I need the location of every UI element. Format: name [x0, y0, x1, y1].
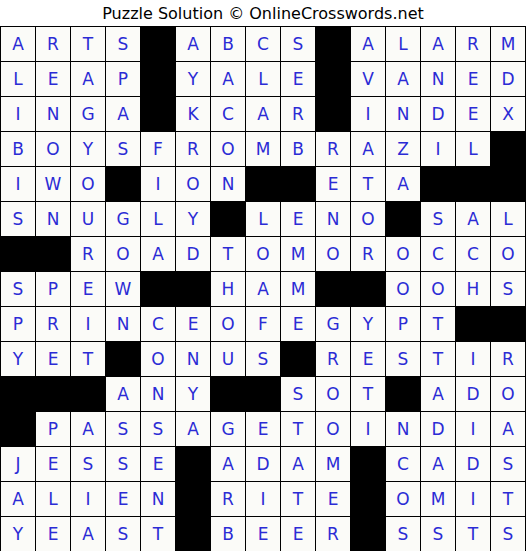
cell-letter: N	[117, 316, 130, 333]
cell-r13c5: E	[141, 447, 176, 482]
cell-letter: R	[502, 351, 514, 368]
cell-r7c8: O	[246, 237, 281, 272]
cell-letter: A	[362, 36, 374, 53]
cell-r2c15: D	[491, 62, 526, 97]
cell-letter: A	[257, 106, 269, 123]
cell-letter: S	[13, 211, 24, 228]
cell-letter: L	[503, 211, 512, 228]
cell-letter: D	[256, 456, 269, 473]
cell-r3c1: I	[1, 97, 36, 132]
cell-letter: T	[293, 421, 303, 438]
cell-r12c12: N	[386, 412, 421, 447]
cell-r1c13: A	[421, 27, 456, 62]
cell-letter: A	[152, 246, 164, 263]
cell-letter: A	[187, 36, 199, 53]
cell-letter: A	[362, 141, 374, 158]
cell-letter: G	[221, 421, 234, 438]
black-cell-r1c10	[316, 27, 351, 62]
cell-r13c3: S	[71, 447, 106, 482]
cell-letter: A	[432, 36, 444, 53]
cell-letter: L	[153, 211, 162, 228]
cell-r7c3: R	[71, 237, 106, 272]
cell-letter: O	[116, 246, 129, 263]
cell-letter: D	[466, 386, 479, 403]
black-cell-r8c5	[141, 272, 176, 307]
cell-r10c7: U	[211, 342, 246, 377]
cell-r5c1: I	[1, 167, 36, 202]
cell-r15c1: Y	[1, 517, 36, 551]
cell-letter: E	[118, 491, 129, 508]
cell-letter: E	[48, 71, 59, 88]
cell-letter: O	[46, 141, 59, 158]
cell-letter: I	[85, 491, 90, 508]
cell-r13c10: M	[316, 447, 351, 482]
cell-letter: E	[293, 316, 304, 333]
cell-letter: R	[47, 36, 59, 53]
black-cell-r9c15	[491, 307, 526, 342]
cell-letter: S	[153, 421, 164, 438]
cell-r12c14: I	[456, 412, 491, 447]
cell-letter: K	[187, 106, 198, 123]
cell-letter: A	[257, 281, 269, 298]
black-cell-r11c2	[36, 377, 71, 412]
cell-r6c13: S	[421, 202, 456, 237]
cell-letter: D	[501, 71, 514, 88]
cell-letter: D	[431, 421, 444, 438]
cell-r11c9: S	[281, 377, 316, 412]
cell-letter: A	[432, 386, 444, 403]
cell-r9c12: P	[386, 307, 421, 342]
cell-r15c13: S	[421, 517, 456, 551]
cell-letter: S	[503, 456, 514, 473]
cell-r13c13: A	[421, 447, 456, 482]
cell-letter: M	[326, 456, 341, 473]
cell-r15c2: E	[36, 517, 71, 551]
cell-r3c4: A	[106, 97, 141, 132]
cell-letter: T	[363, 386, 373, 403]
cell-letter: E	[363, 351, 374, 368]
cell-letter: D	[186, 246, 199, 263]
black-cell-r13c11	[351, 447, 386, 482]
cell-letter: P	[48, 281, 58, 298]
black-cell-r8c6	[176, 272, 211, 307]
black-cell-r7c2	[36, 237, 71, 272]
cell-letter: O	[81, 176, 94, 193]
cell-letter: R	[327, 141, 339, 158]
cell-r1c15: M	[491, 27, 526, 62]
cell-letter: E	[328, 176, 339, 193]
cell-letter: T	[83, 351, 93, 368]
cell-r15c8: E	[246, 517, 281, 551]
cell-letter: O	[396, 246, 409, 263]
cell-letter: C	[432, 246, 444, 263]
cell-r10c8: S	[246, 342, 281, 377]
cell-letter: A	[117, 106, 129, 123]
cell-letter: S	[118, 36, 129, 53]
cell-letter: B	[292, 141, 304, 158]
cell-letter: C	[222, 106, 234, 123]
cell-r14c14: I	[456, 482, 491, 517]
cell-r6c14: A	[456, 202, 491, 237]
cell-letter: W	[45, 176, 62, 193]
black-cell-r10c9	[281, 342, 316, 377]
cell-r9c4: N	[106, 307, 141, 342]
cell-letter: L	[258, 211, 267, 228]
cell-r11c6: Y	[176, 377, 211, 412]
black-cell-r4c15	[491, 132, 526, 167]
cell-r14c10: E	[316, 482, 351, 517]
cell-r2c4: P	[106, 62, 141, 97]
cell-letter: D	[466, 456, 479, 473]
cell-letter: N	[47, 211, 60, 228]
cell-letter: O	[221, 141, 234, 158]
cell-r10c10: R	[316, 342, 351, 377]
cell-letter: Y	[83, 141, 93, 158]
cell-r10c1: Y	[1, 342, 36, 377]
black-cell-r11c12	[386, 377, 421, 412]
black-cell-r5c15	[491, 167, 526, 202]
cell-r7c9: M	[281, 237, 316, 272]
cell-r12c7: G	[211, 412, 246, 447]
cell-letter: O	[501, 246, 514, 263]
cell-letter: I	[365, 421, 370, 438]
black-cell-r14c11	[351, 482, 386, 517]
cell-letter: E	[468, 106, 479, 123]
cell-r9c8: F	[246, 307, 281, 342]
cell-letter: L	[398, 36, 407, 53]
cell-letter: I	[470, 421, 475, 438]
cell-letter: T	[83, 36, 93, 53]
cell-r1c8: C	[246, 27, 281, 62]
black-cell-r3c10	[316, 97, 351, 132]
black-cell-r11c3	[71, 377, 106, 412]
cell-letter: I	[435, 141, 440, 158]
cell-letter: R	[327, 351, 339, 368]
cell-letter: E	[48, 526, 59, 543]
cell-r4c3: Y	[71, 132, 106, 167]
cell-letter: L	[48, 491, 57, 508]
cell-letter: A	[82, 421, 94, 438]
cell-letter: T	[153, 526, 163, 543]
cell-r10c15: R	[491, 342, 526, 377]
cell-letter: O	[326, 386, 339, 403]
cell-letter: O	[326, 246, 339, 263]
cell-r9c2: R	[36, 307, 71, 342]
cell-letter: R	[187, 141, 199, 158]
cell-r3c11: I	[351, 97, 386, 132]
black-cell-r10c4	[106, 342, 141, 377]
cell-r8c12: O	[386, 272, 421, 307]
cell-letter: G	[326, 316, 339, 333]
cell-r8c15: S	[491, 272, 526, 307]
cell-letter: U	[82, 211, 94, 228]
cell-letter: U	[222, 351, 234, 368]
cell-r4c14: L	[456, 132, 491, 167]
black-cell-r11c7	[211, 377, 246, 412]
cell-letter: O	[501, 386, 514, 403]
cell-letter: O	[256, 246, 269, 263]
cell-r8c1: S	[1, 272, 36, 307]
cell-letter: P	[48, 421, 58, 438]
cell-letter: Y	[13, 526, 23, 543]
cell-letter: T	[223, 246, 233, 263]
cell-r8c4: W	[106, 272, 141, 307]
cell-r4c11: A	[351, 132, 386, 167]
cell-letter: S	[503, 526, 514, 543]
cell-letter: S	[433, 211, 444, 228]
cell-r12c9: T	[281, 412, 316, 447]
cell-r7c14: C	[456, 237, 491, 272]
cell-letter: O	[151, 351, 164, 368]
cell-r14c15: T	[491, 482, 526, 517]
cell-r1c9: S	[281, 27, 316, 62]
cell-letter: R	[467, 36, 479, 53]
cell-letter: O	[396, 281, 409, 298]
cell-r9c9: E	[281, 307, 316, 342]
cell-r2c6: Y	[176, 62, 211, 97]
cell-letter: M	[501, 36, 516, 53]
cell-letter: S	[398, 526, 409, 543]
cell-r15c9: E	[281, 517, 316, 551]
cell-letter: A	[82, 526, 94, 543]
cell-letter: C	[467, 246, 479, 263]
cell-letter: G	[116, 211, 129, 228]
cell-r13c14: D	[456, 447, 491, 482]
cell-letter: L	[258, 71, 267, 88]
cell-r2c12: A	[386, 62, 421, 97]
cell-letter: O	[361, 211, 374, 228]
cell-letter: C	[152, 316, 164, 333]
cell-letter: A	[117, 386, 129, 403]
cell-letter: N	[187, 351, 200, 368]
cell-letter: I	[85, 316, 90, 333]
cell-letter: V	[362, 71, 374, 88]
cell-r13c2: E	[36, 447, 71, 482]
cell-r5c6: O	[176, 167, 211, 202]
cell-letter: H	[467, 281, 480, 298]
cell-letter: S	[118, 421, 129, 438]
cell-r6c9: E	[281, 202, 316, 237]
cell-letter: M	[291, 246, 306, 263]
cell-r2c13: N	[421, 62, 456, 97]
cell-letter: R	[82, 246, 94, 263]
cell-letter: O	[326, 421, 339, 438]
black-cell-r15c6	[176, 517, 211, 551]
cell-r7c4: O	[106, 237, 141, 272]
cell-r13c8: D	[246, 447, 281, 482]
black-cell-r8c11	[351, 272, 386, 307]
cell-r11c11: T	[351, 377, 386, 412]
cell-r6c8: L	[246, 202, 281, 237]
cell-letter: T	[468, 526, 478, 543]
cell-letter: E	[153, 456, 164, 473]
cell-letter: A	[12, 36, 24, 53]
cell-letter: T	[433, 351, 443, 368]
cell-r4c2: O	[36, 132, 71, 167]
cell-r8c3: E	[71, 272, 106, 307]
cell-r4c7: O	[211, 132, 246, 167]
cell-r3c8: A	[246, 97, 281, 132]
cell-letter: F	[258, 316, 268, 333]
cell-r14c8: I	[246, 482, 281, 517]
cell-r4c4: S	[106, 132, 141, 167]
cell-letter: S	[293, 386, 304, 403]
cell-r10c11: E	[351, 342, 386, 377]
cell-r7c5: A	[141, 237, 176, 272]
cell-letter: P	[118, 71, 128, 88]
cell-letter: B	[12, 141, 24, 158]
cell-r15c3: A	[71, 517, 106, 551]
cell-r8c9: M	[281, 272, 316, 307]
cell-letter: R	[362, 246, 374, 263]
cell-letter: S	[258, 351, 269, 368]
cell-letter: E	[48, 456, 59, 473]
cell-r12c11: I	[351, 412, 386, 447]
cell-letter: Y	[188, 386, 198, 403]
cell-r2c11: V	[351, 62, 386, 97]
cell-r15c7: B	[211, 517, 246, 551]
cell-letter: N	[152, 386, 165, 403]
cell-r6c2: N	[36, 202, 71, 237]
cell-letter: M	[291, 281, 306, 298]
cell-letter: S	[118, 456, 129, 473]
cell-r15c5: T	[141, 517, 176, 551]
black-cell-r14c6	[176, 482, 211, 517]
cell-r10c3: T	[71, 342, 106, 377]
cell-r1c7: B	[211, 27, 246, 62]
cell-letter: A	[292, 456, 304, 473]
cell-r8c14: H	[456, 272, 491, 307]
cell-r6c4: G	[106, 202, 141, 237]
cell-r12c5: S	[141, 412, 176, 447]
cell-letter: N	[152, 491, 165, 508]
cell-r13c12: C	[386, 447, 421, 482]
cell-r14c3: I	[71, 482, 106, 517]
cell-r8c7: H	[211, 272, 246, 307]
cell-r2c7: A	[211, 62, 246, 97]
cell-letter: B	[222, 36, 234, 53]
cell-r5c10: E	[316, 167, 351, 202]
cell-r15c4: S	[106, 517, 141, 551]
cell-letter: T	[293, 491, 303, 508]
cell-r3c6: K	[176, 97, 211, 132]
cell-r6c1: S	[1, 202, 36, 237]
cell-r12c4: S	[106, 412, 141, 447]
cell-letter: E	[83, 281, 94, 298]
cell-letter: T	[363, 176, 373, 193]
cell-r7c11: R	[351, 237, 386, 272]
cell-r7c10: O	[316, 237, 351, 272]
cell-r9c3: I	[71, 307, 106, 342]
black-cell-r7c1	[1, 237, 36, 272]
cell-letter: I	[260, 491, 265, 508]
cell-letter: C	[397, 456, 409, 473]
cell-letter: I	[365, 106, 370, 123]
cell-letter: I	[15, 176, 20, 193]
cell-r8c13: O	[421, 272, 456, 307]
cell-r15c14: T	[456, 517, 491, 551]
black-cell-r5c13	[421, 167, 456, 202]
cell-letter: A	[397, 176, 409, 193]
cell-letter: S	[433, 526, 444, 543]
cell-r3c9: R	[281, 97, 316, 132]
cell-letter: A	[222, 456, 234, 473]
cell-letter: R	[222, 491, 234, 508]
cell-r1c11: A	[351, 27, 386, 62]
cell-letter: G	[81, 106, 94, 123]
cell-r2c3: A	[71, 62, 106, 97]
cell-r4c8: M	[246, 132, 281, 167]
cell-letter: W	[115, 281, 132, 298]
cell-r4c10: R	[316, 132, 351, 167]
cell-letter: E	[258, 526, 269, 543]
cell-r5c7: N	[211, 167, 246, 202]
cell-letter: N	[397, 106, 410, 123]
cell-letter: F	[153, 141, 163, 158]
cell-r12c15: A	[491, 412, 526, 447]
cell-r14c2: L	[36, 482, 71, 517]
cell-r10c2: E	[36, 342, 71, 377]
cell-r12c3: A	[71, 412, 106, 447]
cell-r2c14: E	[456, 62, 491, 97]
cell-r1c3: T	[71, 27, 106, 62]
cell-letter: E	[293, 211, 304, 228]
black-cell-r11c1	[1, 377, 36, 412]
cell-r14c12: O	[386, 482, 421, 517]
black-cell-r2c5	[141, 62, 176, 97]
cell-r12c2: P	[36, 412, 71, 447]
cell-r6c6: Y	[176, 202, 211, 237]
cell-letter: N	[47, 106, 60, 123]
cell-r11c13: A	[421, 377, 456, 412]
cell-r12c8: E	[246, 412, 281, 447]
cell-r3c13: D	[421, 97, 456, 132]
cell-r13c7: A	[211, 447, 246, 482]
cell-letter: S	[83, 456, 94, 473]
cell-r4c6: R	[176, 132, 211, 167]
black-cell-r8c10	[316, 272, 351, 307]
cell-r7c12: O	[386, 237, 421, 272]
cell-r12c10: O	[316, 412, 351, 447]
cell-letter: E	[468, 71, 479, 88]
cell-letter: I	[155, 176, 160, 193]
cell-letter: A	[222, 71, 234, 88]
black-cell-r15c11	[351, 517, 386, 551]
cell-r14c13: M	[421, 482, 456, 517]
cell-r14c9: T	[281, 482, 316, 517]
cell-r5c3: O	[71, 167, 106, 202]
black-cell-r12c1	[1, 412, 36, 447]
cell-letter: A	[502, 421, 514, 438]
cell-letter: T	[503, 491, 513, 508]
cell-r10c13: T	[421, 342, 456, 377]
cell-r12c6: A	[176, 412, 211, 447]
cell-letter: L	[468, 141, 477, 158]
cell-letter: N	[327, 211, 340, 228]
cell-r10c5: O	[141, 342, 176, 377]
cell-r1c4: S	[106, 27, 141, 62]
cell-r6c10: N	[316, 202, 351, 237]
cell-r4c13: I	[421, 132, 456, 167]
cell-r4c1: B	[1, 132, 36, 167]
cell-letter: Y	[188, 71, 198, 88]
cell-letter: N	[222, 176, 235, 193]
cell-letter: R	[47, 316, 59, 333]
cell-letter: D	[431, 106, 444, 123]
cell-letter: A	[467, 211, 479, 228]
cell-r14c4: E	[106, 482, 141, 517]
cell-r3c14: E	[456, 97, 491, 132]
